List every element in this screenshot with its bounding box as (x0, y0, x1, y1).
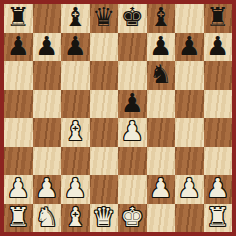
white-pawn[interactable]: ♟ (35, 175, 58, 203)
square-d6[interactable] (90, 61, 119, 90)
square-c6[interactable] (61, 61, 90, 90)
square-h6[interactable] (204, 61, 233, 90)
square-g4[interactable] (175, 118, 204, 147)
square-h1[interactable]: ♜ (204, 204, 233, 233)
square-e6[interactable] (118, 61, 147, 90)
square-c7[interactable]: ♟ (61, 33, 90, 62)
black-pawn[interactable]: ♟ (178, 33, 201, 61)
white-pawn[interactable]: ♟ (121, 118, 144, 146)
square-h4[interactable] (204, 118, 233, 147)
square-c2[interactable]: ♟ (61, 175, 90, 204)
black-pawn[interactable]: ♟ (35, 33, 58, 61)
square-d1[interactable]: ♛ (90, 204, 119, 233)
white-queen[interactable]: ♛ (92, 204, 115, 232)
square-b7[interactable]: ♟ (33, 33, 62, 62)
square-e4[interactable]: ♟ (118, 118, 147, 147)
square-b1[interactable]: ♞ (33, 204, 62, 233)
square-h5[interactable] (204, 90, 233, 119)
square-c1[interactable]: ♝ (61, 204, 90, 233)
white-rook[interactable]: ♜ (7, 204, 30, 232)
square-f1[interactable] (147, 204, 176, 233)
square-d5[interactable] (90, 90, 119, 119)
square-d2[interactable] (90, 175, 119, 204)
white-bishop[interactable]: ♝ (64, 204, 87, 232)
white-bishop[interactable]: ♝ (64, 118, 87, 146)
square-a7[interactable]: ♟ (4, 33, 33, 62)
square-e7[interactable] (118, 33, 147, 62)
white-rook[interactable]: ♜ (206, 204, 229, 232)
square-g1[interactable] (175, 204, 204, 233)
black-pawn[interactable]: ♟ (121, 90, 144, 118)
square-f4[interactable] (147, 118, 176, 147)
black-pawn[interactable]: ♟ (64, 33, 87, 61)
square-a2[interactable]: ♟ (4, 175, 33, 204)
square-e8[interactable]: ♚ (118, 4, 147, 33)
square-c4[interactable]: ♝ (61, 118, 90, 147)
square-f3[interactable] (147, 147, 176, 176)
square-a5[interactable] (4, 90, 33, 119)
square-e2[interactable] (118, 175, 147, 204)
square-d8[interactable]: ♛ (90, 4, 119, 33)
square-g2[interactable]: ♟ (175, 175, 204, 204)
square-f2[interactable]: ♟ (147, 175, 176, 204)
white-pawn[interactable]: ♟ (178, 175, 201, 203)
square-d3[interactable] (90, 147, 119, 176)
square-f7[interactable]: ♟ (147, 33, 176, 62)
black-pawn[interactable]: ♟ (206, 33, 229, 61)
square-b8[interactable] (33, 4, 62, 33)
white-king[interactable]: ♚ (121, 204, 144, 232)
square-g8[interactable] (175, 4, 204, 33)
square-b6[interactable] (33, 61, 62, 90)
square-h8[interactable]: ♜ (204, 4, 233, 33)
black-pawn[interactable]: ♟ (7, 33, 30, 61)
square-a4[interactable] (4, 118, 33, 147)
square-a3[interactable] (4, 147, 33, 176)
square-f5[interactable] (147, 90, 176, 119)
black-pawn[interactable]: ♟ (149, 33, 172, 61)
black-bishop[interactable]: ♝ (64, 4, 87, 32)
square-a6[interactable] (4, 61, 33, 90)
square-b4[interactable] (33, 118, 62, 147)
square-f6[interactable]: ♞ (147, 61, 176, 90)
black-bishop[interactable]: ♝ (149, 4, 172, 32)
square-g5[interactable] (175, 90, 204, 119)
board-frame: ♜♝♛♚♝♜♟♟♟♟♟♟♞♟♝♟♟♟♟♟♟♟♜♞♝♛♚♜ (0, 0, 236, 236)
square-b5[interactable] (33, 90, 62, 119)
square-c3[interactable] (61, 147, 90, 176)
square-e5[interactable]: ♟ (118, 90, 147, 119)
white-pawn[interactable]: ♟ (64, 175, 87, 203)
square-g6[interactable] (175, 61, 204, 90)
square-c5[interactable] (61, 90, 90, 119)
black-king[interactable]: ♚ (121, 4, 144, 32)
square-b3[interactable] (33, 147, 62, 176)
square-b2[interactable]: ♟ (33, 175, 62, 204)
square-c8[interactable]: ♝ (61, 4, 90, 33)
chess-board: ♜♝♛♚♝♜♟♟♟♟♟♟♞♟♝♟♟♟♟♟♟♟♜♞♝♛♚♜ (4, 4, 232, 232)
square-g3[interactable] (175, 147, 204, 176)
square-g7[interactable]: ♟ (175, 33, 204, 62)
square-d7[interactable] (90, 33, 119, 62)
square-e1[interactable]: ♚ (118, 204, 147, 233)
square-a8[interactable]: ♜ (4, 4, 33, 33)
square-h7[interactable]: ♟ (204, 33, 233, 62)
white-pawn[interactable]: ♟ (149, 175, 172, 203)
square-h3[interactable] (204, 147, 233, 176)
square-h2[interactable]: ♟ (204, 175, 233, 204)
white-knight[interactable]: ♞ (35, 204, 58, 232)
square-d4[interactable] (90, 118, 119, 147)
black-rook[interactable]: ♜ (206, 4, 229, 32)
black-queen[interactable]: ♛ (92, 4, 115, 32)
black-knight[interactable]: ♞ (149, 61, 172, 89)
white-pawn[interactable]: ♟ (7, 175, 30, 203)
square-a1[interactable]: ♜ (4, 204, 33, 233)
white-pawn[interactable]: ♟ (206, 175, 229, 203)
square-e3[interactable] (118, 147, 147, 176)
black-rook[interactable]: ♜ (7, 4, 30, 32)
square-f8[interactable]: ♝ (147, 4, 176, 33)
